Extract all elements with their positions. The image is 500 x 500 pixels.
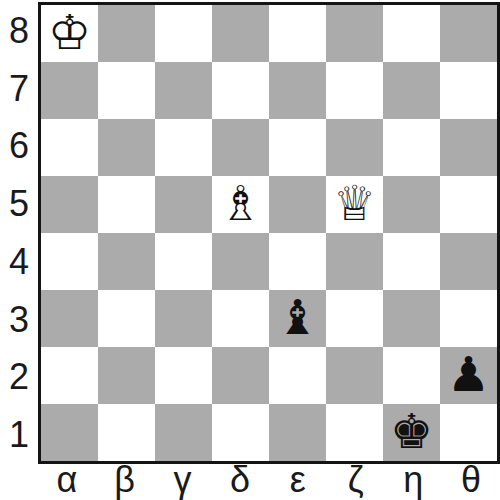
square-c2[interactable] [155, 347, 212, 404]
square-f5[interactable]: ♕ [326, 176, 383, 233]
square-a2[interactable] [41, 347, 98, 404]
rank-label-3: 3 [0, 291, 38, 349]
square-d2[interactable] [212, 347, 269, 404]
square-d3[interactable] [212, 290, 269, 347]
square-b2[interactable] [98, 347, 155, 404]
square-f8[interactable] [326, 5, 383, 62]
square-d6[interactable] [212, 119, 269, 176]
chess-board: ♔♗♕♝♟♚ [38, 2, 500, 464]
file-label-d: δ [211, 459, 269, 500]
square-a3[interactable] [41, 290, 98, 347]
square-c4[interactable] [155, 233, 212, 290]
square-c6[interactable] [155, 119, 212, 176]
file-label-a: α [38, 459, 96, 500]
square-e5[interactable] [269, 176, 326, 233]
square-f3[interactable] [326, 290, 383, 347]
square-a4[interactable] [41, 233, 98, 290]
square-b6[interactable] [98, 119, 155, 176]
piece-black-king: ♚ [390, 407, 433, 455]
square-c3[interactable] [155, 290, 212, 347]
square-b8[interactable] [98, 5, 155, 62]
square-g4[interactable] [383, 233, 440, 290]
square-g8[interactable] [383, 5, 440, 62]
rank-labels: 87654321 [0, 2, 38, 464]
square-g1[interactable]: ♚ [383, 404, 440, 461]
file-label-e: ε [269, 459, 327, 500]
square-e2[interactable] [269, 347, 326, 404]
square-h7[interactable] [440, 62, 497, 119]
piece-black-bishop: ♝ [276, 293, 319, 341]
square-b7[interactable] [98, 62, 155, 119]
square-g2[interactable] [383, 347, 440, 404]
file-label-b: β [96, 459, 154, 500]
rank-label-5: 5 [0, 175, 38, 233]
square-c1[interactable] [155, 404, 212, 461]
file-label-g: η [385, 459, 443, 500]
square-a5[interactable] [41, 176, 98, 233]
piece-black-pawn: ♟ [447, 350, 490, 398]
square-h4[interactable] [440, 233, 497, 290]
file-labels: αβγδεζηθ [38, 459, 500, 500]
piece-white-queen: ♕ [333, 179, 376, 227]
square-h2[interactable]: ♟ [440, 347, 497, 404]
square-b5[interactable] [98, 176, 155, 233]
square-c5[interactable] [155, 176, 212, 233]
square-e8[interactable] [269, 5, 326, 62]
square-h8[interactable] [440, 5, 497, 62]
square-h6[interactable] [440, 119, 497, 176]
rank-label-2: 2 [0, 349, 38, 407]
square-e1[interactable] [269, 404, 326, 461]
square-f4[interactable] [326, 233, 383, 290]
rank-label-4: 4 [0, 233, 38, 291]
square-b4[interactable] [98, 233, 155, 290]
square-f7[interactable] [326, 62, 383, 119]
square-a8[interactable]: ♔ [41, 5, 98, 62]
square-d7[interactable] [212, 62, 269, 119]
square-g6[interactable] [383, 119, 440, 176]
square-d4[interactable] [212, 233, 269, 290]
square-e3[interactable]: ♝ [269, 290, 326, 347]
rank-label-6: 6 [0, 118, 38, 176]
square-b1[interactable] [98, 404, 155, 461]
square-c7[interactable] [155, 62, 212, 119]
square-f6[interactable] [326, 119, 383, 176]
square-h1[interactable] [440, 404, 497, 461]
chess-diagram: 87654321 ♔♗♕♝♟♚ αβγδεζηθ [0, 0, 500, 500]
square-h5[interactable] [440, 176, 497, 233]
piece-white-bishop: ♗ [219, 179, 262, 227]
file-label-h: θ [442, 459, 500, 500]
square-d8[interactable] [212, 5, 269, 62]
square-b3[interactable] [98, 290, 155, 347]
square-e7[interactable] [269, 62, 326, 119]
file-label-c: γ [154, 459, 212, 500]
square-e4[interactable] [269, 233, 326, 290]
square-d5[interactable]: ♗ [212, 176, 269, 233]
square-g5[interactable] [383, 176, 440, 233]
square-f2[interactable] [326, 347, 383, 404]
square-e6[interactable] [269, 119, 326, 176]
square-f1[interactable] [326, 404, 383, 461]
rank-label-1: 1 [0, 406, 38, 464]
piece-white-king: ♔ [48, 8, 91, 56]
square-g7[interactable] [383, 62, 440, 119]
square-h3[interactable] [440, 290, 497, 347]
square-g3[interactable] [383, 290, 440, 347]
square-a1[interactable] [41, 404, 98, 461]
square-c8[interactable] [155, 5, 212, 62]
square-d1[interactable] [212, 404, 269, 461]
square-a6[interactable] [41, 119, 98, 176]
rank-label-7: 7 [0, 60, 38, 118]
square-a7[interactable] [41, 62, 98, 119]
rank-label-8: 8 [0, 2, 38, 60]
file-label-f: ζ [327, 459, 385, 500]
